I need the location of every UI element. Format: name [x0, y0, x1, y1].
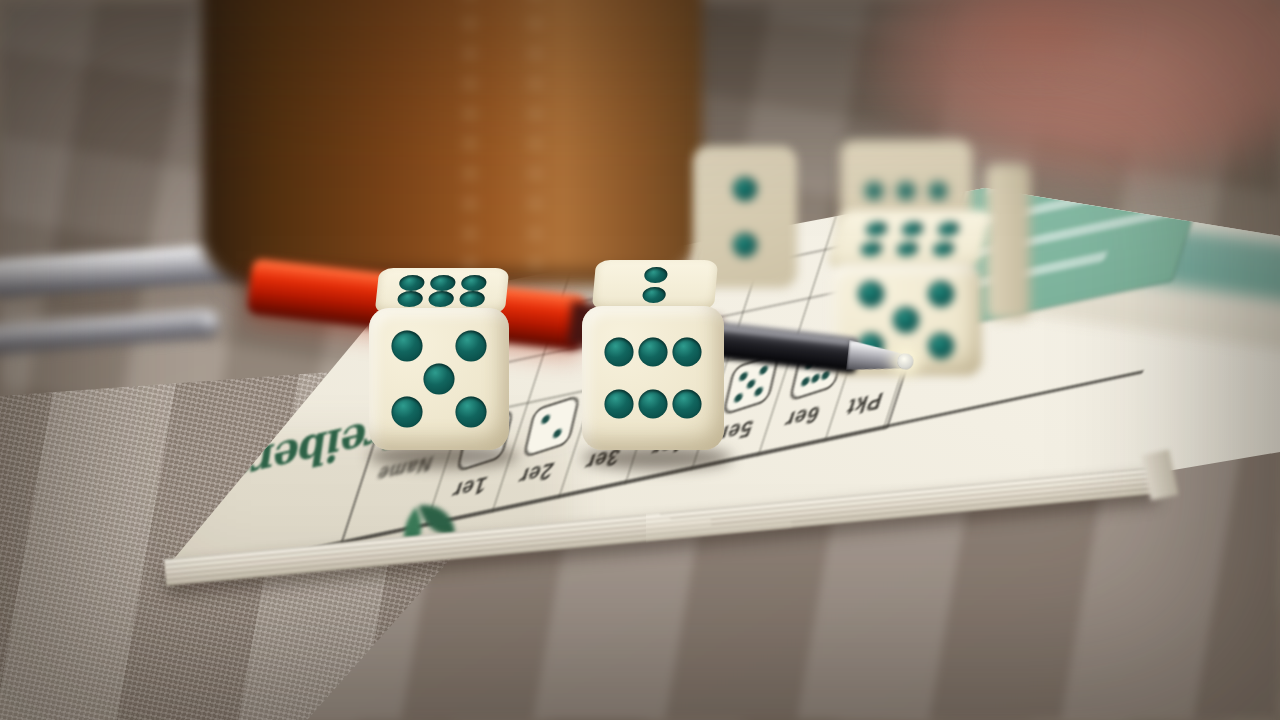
pen-tip-highlight — [203, 317, 217, 329]
cup-stitching — [467, 0, 473, 272]
foreground-die-right — [574, 256, 730, 458]
dice-game-photo: Name 1er 2er 3er 4er 5er — [0, 0, 1280, 720]
leather-dice-cup — [202, 0, 702, 285]
die-top-face — [592, 260, 718, 310]
die-front-face — [369, 308, 509, 450]
cup-stitching — [532, 0, 538, 272]
die-front-face — [582, 306, 724, 450]
die-face-2-icon — [522, 395, 580, 459]
foreground-die-left — [363, 266, 515, 458]
background-die-edge — [986, 164, 1030, 320]
die-top-face — [827, 210, 993, 268]
